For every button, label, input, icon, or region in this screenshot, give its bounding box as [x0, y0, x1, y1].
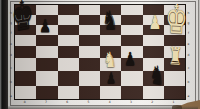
square-b8[interactable]	[15, 71, 36, 86]
coordinate-label: a	[188, 94, 190, 97]
square-f5[interactable]	[79, 25, 100, 35]
board-left-edge	[0, 0, 8, 109]
square-f3[interactable]	[121, 25, 142, 35]
coordinate-label: f	[10, 32, 11, 35]
white-pawn-f2[interactable]: ♟	[149, 13, 162, 32]
coordinate-label: 6	[66, 100, 68, 103]
coordinate-label: d	[10, 54, 12, 57]
board-bottom-shadow	[8, 106, 198, 109]
square-a5[interactable]	[79, 86, 100, 99]
black-pawn-c3[interactable]: ♟	[124, 50, 136, 68]
square-d8[interactable]	[15, 46, 36, 58]
black-pawn-b4[interactable]: ♟	[106, 71, 116, 86]
white-rook-c1[interactable]: ♜	[168, 44, 183, 69]
coordinate-label: e	[188, 42, 190, 45]
square-a1[interactable]	[164, 86, 185, 99]
coordinate-label: b	[188, 80, 190, 83]
square-e3[interactable]	[121, 35, 142, 46]
coordinate-label: e	[10, 42, 12, 45]
coordinate-label: c	[188, 66, 190, 69]
square-d6[interactable]	[58, 46, 79, 58]
coordinate-label: g	[188, 22, 190, 25]
square-b5[interactable]	[79, 71, 100, 86]
square-a4[interactable]	[100, 86, 121, 99]
coordinate-label: c	[10, 66, 12, 69]
coordinate-label: b	[10, 80, 12, 83]
square-a3[interactable]	[121, 86, 142, 99]
square-g3[interactable]	[121, 15, 142, 25]
square-b3[interactable]	[121, 71, 142, 86]
coordinate-label: 8	[24, 100, 26, 103]
coordinate-label: 3	[130, 100, 132, 103]
square-d2[interactable]	[143, 46, 164, 58]
black-pawn-f7[interactable]: ♟	[39, 17, 51, 35]
square-e2[interactable]	[143, 35, 164, 46]
coordinate-label: 2	[151, 100, 153, 103]
square-b7[interactable]	[36, 71, 57, 86]
white-king-f1[interactable]: ♚	[165, 0, 188, 40]
coordinate-label: d	[188, 54, 190, 57]
square-a7[interactable]	[36, 86, 57, 99]
square-c8[interactable]	[15, 58, 36, 71]
black-knight-f4[interactable]: ♞	[102, 7, 118, 33]
black-king-f8[interactable]: ♚	[10, 0, 35, 37]
square-a6[interactable]	[58, 86, 79, 99]
black-knight-b2[interactable]: ♞	[148, 61, 165, 89]
square-d5[interactable]	[79, 46, 100, 58]
coordinate-label: f	[188, 32, 189, 35]
coordinate-label: 5	[87, 100, 89, 103]
square-h7[interactable]	[36, 5, 57, 15]
square-c7[interactable]	[36, 58, 57, 71]
coordinate-label: 4	[109, 100, 111, 103]
square-d7[interactable]	[36, 46, 57, 58]
square-e5[interactable]	[79, 35, 100, 46]
coordinate-label: 1	[172, 100, 174, 103]
board-photo: hgfedcbahgfedcba87654321 ♚♟♞♟♚♜♞♟♟♞	[0, 0, 200, 109]
square-e6[interactable]	[58, 35, 79, 46]
square-b6[interactable]	[58, 71, 79, 86]
square-h3[interactable]	[121, 5, 142, 15]
square-g6[interactable]	[58, 15, 79, 25]
square-e4[interactable]	[100, 35, 121, 46]
square-b1[interactable]	[164, 71, 185, 86]
square-h6[interactable]	[58, 5, 79, 15]
square-c5[interactable]	[79, 58, 100, 71]
square-f6[interactable]	[58, 25, 79, 35]
square-g5[interactable]	[79, 15, 100, 25]
square-h5[interactable]	[79, 5, 100, 15]
coordinate-label: h	[188, 12, 190, 15]
square-e7[interactable]	[36, 35, 57, 46]
coordinate-label: a	[10, 94, 12, 97]
coordinate-label: 7	[45, 100, 47, 103]
square-a8[interactable]	[15, 86, 36, 99]
square-c6[interactable]	[58, 58, 79, 71]
